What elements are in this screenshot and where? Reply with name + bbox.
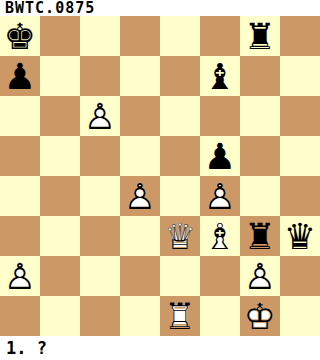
square-b6[interactable]	[40, 96, 80, 136]
move-prompt: 1. ?	[0, 336, 320, 360]
square-h6[interactable]	[280, 96, 320, 136]
square-a5[interactable]	[0, 136, 40, 176]
square-d3[interactable]	[120, 216, 160, 256]
black-king-piece[interactable]: ♚	[0, 16, 40, 56]
white-piece-outline: ♙	[240, 256, 280, 296]
white-piece-outline: ♖	[160, 296, 200, 336]
square-b2[interactable]	[40, 256, 80, 296]
white-piece-outline: ♔	[240, 296, 280, 336]
white-pawn-piece[interactable]: ♟♙	[80, 96, 120, 136]
white-piece-outline: ♙	[80, 96, 120, 136]
square-e2[interactable]	[160, 256, 200, 296]
square-a3[interactable]	[0, 216, 40, 256]
white-piece-outline: ♙	[120, 176, 160, 216]
square-g3[interactable]: ♜	[240, 216, 280, 256]
square-e1[interactable]: ♜♖	[160, 296, 200, 336]
square-f2[interactable]	[200, 256, 240, 296]
square-a1[interactable]	[0, 296, 40, 336]
black-piece-glyph: ♜	[240, 16, 280, 56]
square-e3[interactable]: ♛♕	[160, 216, 200, 256]
square-e4[interactable]	[160, 176, 200, 216]
square-a6[interactable]	[0, 96, 40, 136]
square-g4[interactable]	[240, 176, 280, 216]
chess-board: ♚♜♟♝♟♙♟♟♙♟♙♛♕♝♗♜♛♟♙♟♙♜♖♚♔	[0, 16, 320, 336]
square-f5[interactable]: ♟	[200, 136, 240, 176]
white-piece-outline: ♗	[200, 216, 240, 256]
square-c4[interactable]	[80, 176, 120, 216]
square-f7[interactable]: ♝	[200, 56, 240, 96]
square-g2[interactable]: ♟♙	[240, 256, 280, 296]
square-h3[interactable]: ♛	[280, 216, 320, 256]
square-d8[interactable]	[120, 16, 160, 56]
square-f3[interactable]: ♝♗	[200, 216, 240, 256]
square-h1[interactable]	[280, 296, 320, 336]
square-h2[interactable]	[280, 256, 320, 296]
square-d7[interactable]	[120, 56, 160, 96]
white-bishop-piece[interactable]: ♝♗	[200, 216, 240, 256]
white-pawn-piece[interactable]: ♟♙	[240, 256, 280, 296]
square-a7[interactable]: ♟	[0, 56, 40, 96]
black-rook-piece[interactable]: ♜	[240, 16, 280, 56]
black-piece-glyph: ♝	[200, 56, 240, 96]
square-a4[interactable]	[0, 176, 40, 216]
square-d1[interactable]	[120, 296, 160, 336]
square-a2[interactable]: ♟♙	[0, 256, 40, 296]
square-b5[interactable]	[40, 136, 80, 176]
square-g1[interactable]: ♚♔	[240, 296, 280, 336]
square-g8[interactable]: ♜	[240, 16, 280, 56]
black-piece-glyph: ♛	[280, 216, 320, 256]
square-d4[interactable]: ♟♙	[120, 176, 160, 216]
square-h5[interactable]	[280, 136, 320, 176]
black-bishop-piece[interactable]: ♝	[200, 56, 240, 96]
square-f8[interactable]	[200, 16, 240, 56]
white-pawn-piece[interactable]: ♟♙	[120, 176, 160, 216]
square-a8[interactable]: ♚	[0, 16, 40, 56]
black-piece-glyph: ♜	[240, 216, 280, 256]
white-king-piece[interactable]: ♚♔	[240, 296, 280, 336]
square-e5[interactable]	[160, 136, 200, 176]
square-g6[interactable]	[240, 96, 280, 136]
square-h8[interactable]	[280, 16, 320, 56]
square-b4[interactable]	[40, 176, 80, 216]
square-c2[interactable]	[80, 256, 120, 296]
square-h7[interactable]	[280, 56, 320, 96]
square-d6[interactable]	[120, 96, 160, 136]
puzzle-id-label: BWTC.0875	[0, 0, 320, 16]
square-f4[interactable]: ♟♙	[200, 176, 240, 216]
chess-app-window: BWTC.0875 ♚♜♟♝♟♙♟♟♙♟♙♛♕♝♗♜♛♟♙♟♙♜♖♚♔ 1. ?	[0, 0, 320, 360]
white-piece-outline: ♙	[0, 256, 40, 296]
square-f1[interactable]	[200, 296, 240, 336]
square-d2[interactable]	[120, 256, 160, 296]
square-c1[interactable]	[80, 296, 120, 336]
square-h4[interactable]	[280, 176, 320, 216]
square-c8[interactable]	[80, 16, 120, 56]
white-pawn-piece[interactable]: ♟♙	[0, 256, 40, 296]
square-d5[interactable]	[120, 136, 160, 176]
square-b7[interactable]	[40, 56, 80, 96]
square-c3[interactable]	[80, 216, 120, 256]
white-queen-piece[interactable]: ♛♕	[160, 216, 200, 256]
square-e8[interactable]	[160, 16, 200, 56]
square-c7[interactable]	[80, 56, 120, 96]
square-f6[interactable]	[200, 96, 240, 136]
black-piece-glyph: ♟	[200, 136, 240, 176]
square-b1[interactable]	[40, 296, 80, 336]
black-piece-glyph: ♚	[0, 16, 40, 56]
square-b8[interactable]	[40, 16, 80, 56]
white-rook-piece[interactable]: ♜♖	[160, 296, 200, 336]
square-e6[interactable]	[160, 96, 200, 136]
black-pawn-piece[interactable]: ♟	[0, 56, 40, 96]
black-piece-glyph: ♟	[0, 56, 40, 96]
square-c6[interactable]: ♟♙	[80, 96, 120, 136]
black-rook-piece[interactable]: ♜	[240, 216, 280, 256]
square-g7[interactable]	[240, 56, 280, 96]
black-queen-piece[interactable]: ♛	[280, 216, 320, 256]
square-g5[interactable]	[240, 136, 280, 176]
square-c5[interactable]	[80, 136, 120, 176]
black-pawn-piece[interactable]: ♟	[200, 136, 240, 176]
square-e7[interactable]	[160, 56, 200, 96]
white-piece-outline: ♕	[160, 216, 200, 256]
white-piece-outline: ♙	[200, 176, 240, 216]
square-b3[interactable]	[40, 216, 80, 256]
white-pawn-piece[interactable]: ♟♙	[200, 176, 240, 216]
